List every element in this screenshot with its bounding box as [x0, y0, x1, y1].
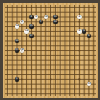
stone-black: 3: [29, 15, 34, 20]
hoshi-dot: [79, 50, 80, 51]
stone-white: 14: [15, 24, 20, 29]
stone-black: 1: [15, 77, 20, 82]
stone-white: 12: [87, 82, 92, 87]
stone-black: 5: [82, 29, 87, 34]
stone-white: 6: [34, 15, 39, 20]
stone-white: 4: [77, 15, 82, 20]
stone-white: 16: [24, 29, 29, 34]
stone-black: 21: [15, 48, 20, 53]
stone-black: 11: [53, 15, 58, 20]
stone-black: 17: [29, 34, 34, 39]
hoshi-dot: [50, 21, 51, 22]
stone-white: 8: [77, 29, 82, 34]
goban: 1234567891011121314151617181921: [3, 3, 98, 98]
stone-black: 9: [87, 34, 92, 39]
stone-black: 13: [53, 20, 58, 25]
hoshi-dot: [50, 79, 51, 80]
stone-black: 19: [15, 39, 20, 44]
stone-black: 7: [39, 20, 44, 25]
goban-frame: 1234567891011121314151617181921: [0, 0, 100, 100]
hoshi-dot: [21, 79, 22, 80]
hoshi-dot: [50, 50, 51, 51]
go-board-screenshot: 1234567891011121314151617181921: [0, 0, 100, 100]
stone-white: 10: [44, 15, 49, 20]
hoshi-dot: [79, 21, 80, 22]
board-grid[interactable]: 1234567891011121314151617181921: [5, 5, 96, 96]
hoshi-dot: [79, 79, 80, 80]
stone-black: 15: [29, 24, 34, 29]
